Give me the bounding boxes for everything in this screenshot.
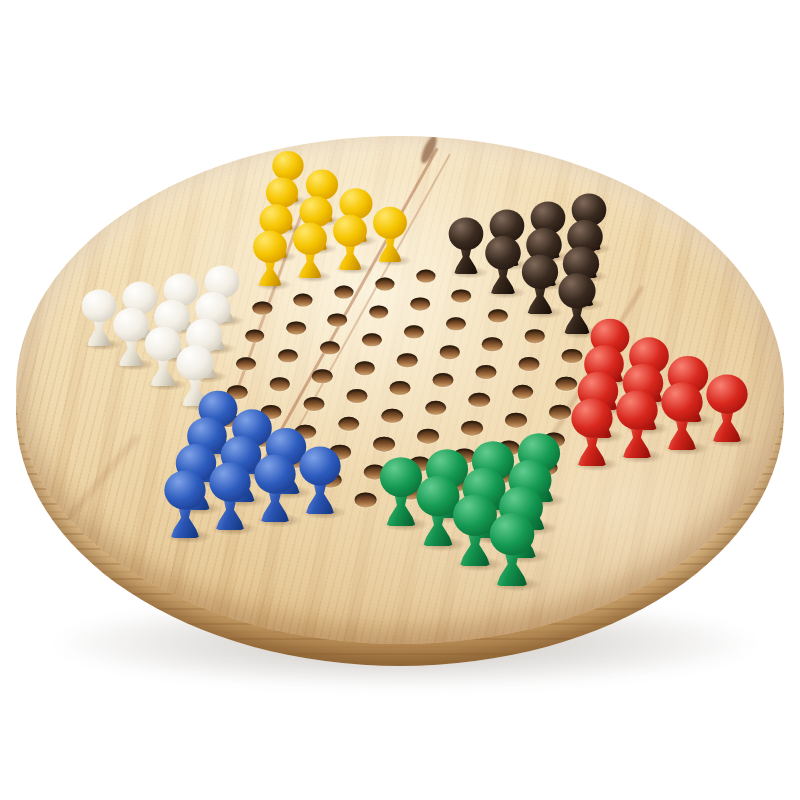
peg-body xyxy=(331,215,370,270)
peg-ball xyxy=(253,231,287,263)
hole[interactable] xyxy=(416,270,435,283)
peg-base xyxy=(298,251,321,278)
board-cells xyxy=(0,0,800,800)
peg-base xyxy=(150,357,175,386)
hole[interactable] xyxy=(362,333,382,346)
peg-ball xyxy=(272,151,303,181)
peg-base xyxy=(460,531,490,566)
hole[interactable] xyxy=(439,345,460,359)
hole[interactable] xyxy=(270,377,291,391)
peg-ball xyxy=(300,447,341,486)
hole[interactable] xyxy=(347,389,368,403)
hole[interactable] xyxy=(524,329,545,343)
hole[interactable] xyxy=(482,337,503,351)
peg-base xyxy=(497,551,528,586)
peg-body xyxy=(251,455,299,522)
hole[interactable] xyxy=(320,341,340,354)
peg-ball xyxy=(558,273,595,308)
peg-body xyxy=(250,231,289,286)
peg-base xyxy=(379,235,402,262)
hole[interactable] xyxy=(410,297,430,310)
peg-base xyxy=(339,243,362,270)
hole[interactable] xyxy=(278,349,298,362)
peg-ball xyxy=(164,471,205,510)
peg-base xyxy=(713,409,741,442)
hole[interactable] xyxy=(312,369,333,383)
peg-ball xyxy=(293,223,327,255)
hole[interactable] xyxy=(334,286,353,299)
peg-base xyxy=(261,489,289,522)
peg-base xyxy=(668,417,696,450)
hole[interactable] xyxy=(446,317,466,330)
hole[interactable] xyxy=(404,325,424,338)
hole[interactable] xyxy=(461,421,483,436)
peg-body xyxy=(290,223,329,278)
peg-base xyxy=(490,266,514,294)
hole[interactable] xyxy=(476,365,497,379)
hole[interactable] xyxy=(355,361,376,375)
peg-ball xyxy=(521,255,557,289)
hole[interactable] xyxy=(562,349,583,363)
peg-base xyxy=(454,247,478,274)
peg-ball xyxy=(707,375,748,414)
hole[interactable] xyxy=(286,321,306,334)
peg-ball xyxy=(333,215,367,247)
peg-body xyxy=(446,217,486,274)
hole[interactable] xyxy=(425,401,447,415)
hole[interactable] xyxy=(397,353,418,367)
peg-ball xyxy=(661,383,702,422)
hole[interactable] xyxy=(253,302,272,315)
hole[interactable] xyxy=(369,305,389,318)
peg-base xyxy=(306,481,334,514)
peg-ball xyxy=(490,513,535,555)
peg-body xyxy=(371,207,410,262)
peg-ball xyxy=(209,463,250,502)
hole[interactable] xyxy=(381,409,403,423)
peg-base xyxy=(578,433,606,466)
peg-ball xyxy=(176,345,213,380)
peg-body xyxy=(518,255,560,314)
peg-ball xyxy=(254,455,295,494)
peg-ball xyxy=(449,217,484,250)
hole[interactable] xyxy=(294,294,313,307)
hole[interactable] xyxy=(375,278,394,291)
peg-body xyxy=(482,236,523,294)
peg-body xyxy=(161,471,209,538)
peg-body xyxy=(613,391,661,458)
peg-body xyxy=(296,447,344,514)
hole[interactable] xyxy=(338,417,360,431)
hole[interactable] xyxy=(304,397,325,411)
hole[interactable] xyxy=(354,492,377,507)
hole[interactable] xyxy=(373,437,395,452)
hole[interactable] xyxy=(433,373,454,387)
peg-body xyxy=(703,375,751,442)
peg-body xyxy=(568,399,616,466)
peg-base xyxy=(527,285,552,314)
peg-base xyxy=(88,319,112,346)
peg-base xyxy=(216,497,244,530)
peg-base xyxy=(387,493,416,526)
hole[interactable] xyxy=(519,357,540,371)
peg-ball xyxy=(373,207,407,239)
peg-base xyxy=(423,512,452,546)
hole[interactable] xyxy=(505,413,527,428)
peg-base xyxy=(170,505,198,538)
peg-base xyxy=(564,305,589,334)
hole[interactable] xyxy=(488,309,508,322)
peg-body xyxy=(658,383,706,450)
peg-body xyxy=(486,513,538,586)
hole[interactable] xyxy=(236,357,256,370)
peg-ball xyxy=(616,391,657,430)
peg-ball xyxy=(485,236,520,270)
peg-base xyxy=(623,425,651,458)
peg-base xyxy=(258,259,281,286)
peg-body xyxy=(206,463,254,530)
hole[interactable] xyxy=(328,313,348,326)
chinese-checkers-board-photo xyxy=(0,0,800,800)
hole[interactable] xyxy=(245,329,265,342)
hole[interactable] xyxy=(417,429,439,444)
hole[interactable] xyxy=(512,385,534,399)
peg-base xyxy=(119,338,143,366)
hole[interactable] xyxy=(469,393,491,407)
peg-ball xyxy=(571,399,612,438)
hole[interactable] xyxy=(390,381,411,395)
hole[interactable] xyxy=(452,289,472,302)
